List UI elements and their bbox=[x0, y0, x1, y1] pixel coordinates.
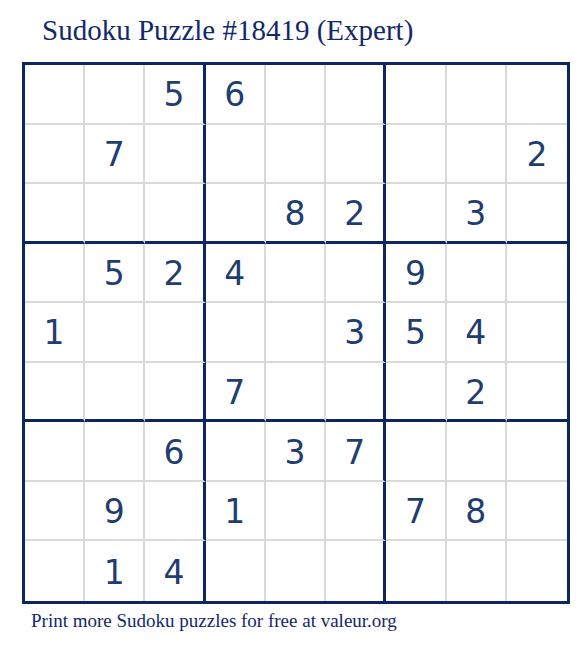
cell-r5c5[interactable] bbox=[266, 303, 326, 363]
given-digit: 2 bbox=[164, 257, 185, 290]
cell-r3c6[interactable]: 2 bbox=[326, 184, 386, 244]
cell-r9c3[interactable]: 4 bbox=[145, 541, 205, 601]
given-digit: 5 bbox=[104, 257, 125, 290]
cell-r2c5[interactable] bbox=[266, 125, 326, 185]
cell-r4c9[interactable] bbox=[507, 244, 567, 304]
cell-r8c3[interactable] bbox=[145, 482, 205, 542]
given-digit: 2 bbox=[465, 376, 486, 409]
cell-r5c6[interactable]: 3 bbox=[326, 303, 386, 363]
cell-r8c4[interactable]: 1 bbox=[206, 482, 266, 542]
cell-r9c7[interactable] bbox=[386, 541, 446, 601]
cell-r1c5[interactable] bbox=[266, 65, 326, 125]
cell-r5c1[interactable]: 1 bbox=[25, 303, 85, 363]
cell-r3c9[interactable] bbox=[507, 184, 567, 244]
cell-r8c9[interactable] bbox=[507, 482, 567, 542]
given-digit: 3 bbox=[344, 316, 365, 349]
cell-r9c5[interactable] bbox=[266, 541, 326, 601]
cell-r7c6[interactable]: 7 bbox=[326, 422, 386, 482]
cell-r2c6[interactable] bbox=[326, 125, 386, 185]
given-digit: 4 bbox=[465, 316, 486, 349]
cell-r1c6[interactable] bbox=[326, 65, 386, 125]
given-digit: 2 bbox=[344, 197, 365, 230]
given-digit: 3 bbox=[465, 197, 486, 230]
cell-r3c7[interactable] bbox=[386, 184, 446, 244]
given-digit: 2 bbox=[526, 138, 547, 171]
cell-r9c9[interactable] bbox=[507, 541, 567, 601]
cell-r4c7[interactable]: 9 bbox=[386, 244, 446, 304]
cell-r5c7[interactable]: 5 bbox=[386, 303, 446, 363]
given-digit: 5 bbox=[164, 78, 185, 111]
cell-r7c2[interactable] bbox=[85, 422, 145, 482]
cell-r2c1[interactable] bbox=[25, 125, 85, 185]
cell-r8c1[interactable] bbox=[25, 482, 85, 542]
cell-r1c8[interactable] bbox=[447, 65, 507, 125]
given-digit: 7 bbox=[104, 138, 125, 171]
cell-r2c4[interactable] bbox=[206, 125, 266, 185]
cell-r9c2[interactable]: 1 bbox=[85, 541, 145, 601]
given-digit: 7 bbox=[344, 436, 365, 469]
cell-r3c2[interactable] bbox=[85, 184, 145, 244]
given-digit: 9 bbox=[405, 257, 426, 290]
cell-r2c7[interactable] bbox=[386, 125, 446, 185]
cell-r8c2[interactable]: 9 bbox=[85, 482, 145, 542]
cell-r6c5[interactable] bbox=[266, 363, 326, 423]
cell-r7c1[interactable] bbox=[25, 422, 85, 482]
given-digit: 6 bbox=[224, 78, 245, 111]
cell-r4c6[interactable] bbox=[326, 244, 386, 304]
cell-r4c1[interactable] bbox=[25, 244, 85, 304]
cell-r5c3[interactable] bbox=[145, 303, 205, 363]
cell-r7c3[interactable]: 6 bbox=[145, 422, 205, 482]
cell-r8c5[interactable] bbox=[266, 482, 326, 542]
cell-r4c8[interactable] bbox=[447, 244, 507, 304]
cell-r6c6[interactable] bbox=[326, 363, 386, 423]
cell-r9c8[interactable] bbox=[447, 541, 507, 601]
cell-r5c4[interactable] bbox=[206, 303, 266, 363]
given-digit: 7 bbox=[405, 495, 426, 528]
cell-r5c2[interactable] bbox=[85, 303, 145, 363]
given-digit: 9 bbox=[104, 495, 125, 528]
cell-r1c9[interactable] bbox=[507, 65, 567, 125]
cell-r1c7[interactable] bbox=[386, 65, 446, 125]
cell-r7c5[interactable]: 3 bbox=[266, 422, 326, 482]
cell-r2c9[interactable]: 2 bbox=[507, 125, 567, 185]
cell-r6c8[interactable]: 2 bbox=[447, 363, 507, 423]
cell-r6c2[interactable] bbox=[85, 363, 145, 423]
cell-r8c8[interactable]: 8 bbox=[447, 482, 507, 542]
cell-r6c1[interactable] bbox=[25, 363, 85, 423]
cell-r3c8[interactable]: 3 bbox=[447, 184, 507, 244]
given-digit: 1 bbox=[104, 556, 125, 589]
given-digit: 4 bbox=[164, 556, 185, 589]
cell-r8c7[interactable]: 7 bbox=[386, 482, 446, 542]
cell-r7c8[interactable] bbox=[447, 422, 507, 482]
cell-r5c9[interactable] bbox=[507, 303, 567, 363]
cell-r2c3[interactable] bbox=[145, 125, 205, 185]
footer-text: Print more Sudoku puzzles for free at va… bbox=[31, 610, 397, 632]
cell-r4c4[interactable]: 4 bbox=[206, 244, 266, 304]
given-digit: 1 bbox=[224, 495, 245, 528]
cell-r9c1[interactable] bbox=[25, 541, 85, 601]
cell-r1c2[interactable] bbox=[85, 65, 145, 125]
cell-r3c5[interactable]: 8 bbox=[266, 184, 326, 244]
cell-r7c7[interactable] bbox=[386, 422, 446, 482]
cell-r3c4[interactable] bbox=[206, 184, 266, 244]
cell-r9c6[interactable] bbox=[326, 541, 386, 601]
cell-r3c3[interactable] bbox=[145, 184, 205, 244]
given-digit: 8 bbox=[284, 197, 305, 230]
cell-r6c9[interactable] bbox=[507, 363, 567, 423]
given-digit: 5 bbox=[405, 316, 426, 349]
cell-r1c1[interactable] bbox=[25, 65, 85, 125]
cell-r7c4[interactable] bbox=[206, 422, 266, 482]
given-digit: 4 bbox=[224, 257, 245, 290]
cell-r4c2[interactable]: 5 bbox=[85, 244, 145, 304]
cell-r1c3[interactable]: 5 bbox=[145, 65, 205, 125]
cell-r6c4[interactable]: 7 bbox=[206, 363, 266, 423]
given-digit: 3 bbox=[284, 436, 305, 469]
cell-r1c4[interactable]: 6 bbox=[206, 65, 266, 125]
cell-r8c6[interactable] bbox=[326, 482, 386, 542]
sudoku-board: 56728235249135472637917814 bbox=[22, 62, 570, 604]
cell-r7c9[interactable] bbox=[507, 422, 567, 482]
page-title: Sudoku Puzzle #18419 (Expert) bbox=[42, 14, 413, 47]
cell-r6c3[interactable] bbox=[145, 363, 205, 423]
given-digit: 7 bbox=[224, 376, 245, 409]
cell-r2c2[interactable]: 7 bbox=[85, 125, 145, 185]
cell-r6c7[interactable] bbox=[386, 363, 446, 423]
given-digit: 6 bbox=[164, 436, 185, 469]
cell-r4c5[interactable] bbox=[266, 244, 326, 304]
cell-r4c3[interactable]: 2 bbox=[145, 244, 205, 304]
cell-r5c8[interactable]: 4 bbox=[447, 303, 507, 363]
given-digit: 8 bbox=[465, 495, 486, 528]
cell-r2c8[interactable] bbox=[447, 125, 507, 185]
cell-r3c1[interactable] bbox=[25, 184, 85, 244]
cell-r9c4[interactable] bbox=[206, 541, 266, 601]
given-digit: 1 bbox=[44, 316, 65, 349]
